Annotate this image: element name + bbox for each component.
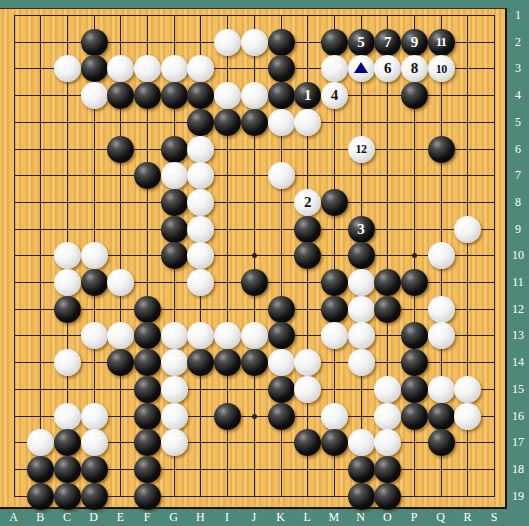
stone-white (348, 269, 375, 296)
column-label: O (376, 510, 398, 525)
stone-white (81, 322, 108, 349)
row-label: 19 (507, 488, 529, 504)
column-label: H (189, 510, 211, 525)
stone-white (294, 376, 321, 403)
stone-white (454, 403, 481, 430)
row-label: 11 (507, 274, 529, 290)
move-number-label: 1 (304, 88, 312, 103)
go-board[interactable]: 579116810141223 (0, 8, 507, 509)
column-label: E (109, 510, 131, 525)
stone-white (81, 242, 108, 269)
move-number-label: 4 (331, 88, 339, 103)
stone-black (81, 55, 108, 82)
stone-white (241, 29, 268, 56)
star-point (252, 414, 257, 419)
stone-black (268, 29, 295, 56)
column-label: P (403, 510, 425, 525)
row-label: 13 (507, 327, 529, 343)
row-label: 3 (507, 60, 529, 76)
row-label: 10 (507, 247, 529, 263)
stone-white: 10 (428, 55, 455, 82)
stone-black (134, 162, 161, 189)
stone-white (161, 162, 188, 189)
stone-white (161, 349, 188, 376)
column-label: S (483, 510, 505, 525)
stone-white (348, 429, 375, 456)
stone-white (321, 55, 348, 82)
stone-white (161, 429, 188, 456)
stone-white (161, 403, 188, 430)
stone-black (27, 456, 54, 483)
stone-black (294, 429, 321, 456)
stone-black (107, 136, 134, 163)
stone-white (134, 55, 161, 82)
stone-black (54, 429, 81, 456)
move-number-label: 2 (304, 195, 312, 210)
stone-black (374, 483, 401, 510)
stone-black (54, 483, 81, 510)
column-label: K (270, 510, 292, 525)
stone-black (321, 296, 348, 323)
stone-black (54, 296, 81, 323)
column-label: I (216, 510, 238, 525)
row-label: 17 (507, 434, 529, 450)
stone-black (134, 296, 161, 323)
stone-white (348, 322, 375, 349)
stone-white: 6 (374, 55, 401, 82)
stone-black (428, 429, 455, 456)
stone-white: 4 (321, 82, 348, 109)
stone-white (428, 296, 455, 323)
triangle-marker-icon (354, 62, 368, 73)
stone-black (161, 189, 188, 216)
stone-black (348, 456, 375, 483)
stone-white (454, 216, 481, 243)
stone-black (187, 82, 214, 109)
row-label: 14 (507, 354, 529, 370)
stone-white (81, 82, 108, 109)
stone-white (187, 216, 214, 243)
stone-black (348, 242, 375, 269)
stone-black (348, 483, 375, 510)
row-label: 1 (507, 7, 529, 23)
stone-white (187, 136, 214, 163)
stone-black (268, 296, 295, 323)
stone-black (321, 429, 348, 456)
stone-black (241, 349, 268, 376)
stone-white (187, 322, 214, 349)
stone-white (348, 55, 375, 82)
column-label: G (163, 510, 185, 525)
stone-black (107, 349, 134, 376)
stone-black (401, 82, 428, 109)
stone-black (54, 456, 81, 483)
stone-white (294, 349, 321, 376)
stone-white (428, 376, 455, 403)
stone-white (161, 322, 188, 349)
stone-white (187, 162, 214, 189)
stone-black (374, 269, 401, 296)
stone-black: 5 (348, 29, 375, 56)
row-label: 6 (507, 141, 529, 157)
stone-white (187, 55, 214, 82)
stone-white: 2 (294, 189, 321, 216)
stone-black: 9 (401, 29, 428, 56)
stone-black (214, 349, 241, 376)
row-label: 16 (507, 408, 529, 424)
stone-black (294, 216, 321, 243)
stone-white (321, 322, 348, 349)
stone-white (187, 189, 214, 216)
stone-black (294, 242, 321, 269)
stone-white (54, 242, 81, 269)
move-number-label: 9 (411, 35, 419, 50)
move-number-label: 10 (436, 63, 447, 75)
row-label: 18 (507, 461, 529, 477)
stone-black (268, 376, 295, 403)
star-point (252, 253, 257, 258)
stone-white (54, 403, 81, 430)
stone-black (401, 349, 428, 376)
stone-white (241, 82, 268, 109)
stone-white (161, 55, 188, 82)
stone-black: 1 (294, 82, 321, 109)
column-label: A (3, 510, 25, 525)
stone-black (401, 322, 428, 349)
stone-black (428, 136, 455, 163)
stone-black (268, 322, 295, 349)
row-label: 15 (507, 381, 529, 397)
stone-black (241, 109, 268, 136)
stone-black: 7 (374, 29, 401, 56)
stone-black: 11 (428, 29, 455, 56)
stone-white: 8 (401, 55, 428, 82)
stone-white (54, 269, 81, 296)
stone-black (134, 349, 161, 376)
stone-black (214, 109, 241, 136)
stone-black (161, 216, 188, 243)
stone-black (27, 483, 54, 510)
move-number-label: 7 (384, 35, 392, 50)
stone-black (161, 82, 188, 109)
stone-white (268, 349, 295, 376)
stone-black (187, 349, 214, 376)
stone-black (134, 456, 161, 483)
stone-white (107, 322, 134, 349)
stone-black (107, 82, 134, 109)
grid-line-vertical (494, 15, 495, 497)
stone-black (268, 55, 295, 82)
stone-black (374, 456, 401, 483)
stone-white (214, 29, 241, 56)
row-label: 2 (507, 34, 529, 50)
stone-white (294, 109, 321, 136)
move-number-label: 3 (357, 222, 365, 237)
stone-white (428, 242, 455, 269)
stone-black (268, 403, 295, 430)
stone-white (214, 82, 241, 109)
column-label: M (323, 510, 345, 525)
stone-white (348, 296, 375, 323)
column-label: B (29, 510, 51, 525)
stone-white (81, 403, 108, 430)
stone-black (321, 189, 348, 216)
stone-black (81, 456, 108, 483)
stone-white (214, 322, 241, 349)
row-label: 9 (507, 221, 529, 237)
stone-black (214, 403, 241, 430)
stone-white (268, 162, 295, 189)
stone-black (134, 82, 161, 109)
column-label: F (136, 510, 158, 525)
stone-black (241, 269, 268, 296)
stone-black (321, 29, 348, 56)
stone-black: 3 (348, 216, 375, 243)
stone-black (134, 403, 161, 430)
row-label: 12 (507, 301, 529, 317)
stone-black (134, 322, 161, 349)
column-label: J (243, 510, 265, 525)
grid-line-horizontal (14, 309, 496, 310)
stone-white (374, 376, 401, 403)
stone-black (321, 269, 348, 296)
stone-white (161, 376, 188, 403)
move-number-label: 6 (384, 61, 392, 76)
stone-white (428, 322, 455, 349)
stone-white (27, 429, 54, 456)
star-point (412, 253, 417, 258)
stone-black (134, 429, 161, 456)
stone-white (54, 55, 81, 82)
stone-black (81, 269, 108, 296)
column-label: C (56, 510, 78, 525)
move-number-label: 8 (411, 61, 419, 76)
stone-white (348, 349, 375, 376)
column-label: Q (430, 510, 452, 525)
stone-black (374, 296, 401, 323)
stone-white (54, 349, 81, 376)
stone-black (401, 403, 428, 430)
row-label: 4 (507, 87, 529, 103)
stone-black (401, 269, 428, 296)
stone-white (187, 269, 214, 296)
stone-white (268, 109, 295, 136)
column-label: R (456, 510, 478, 525)
stone-black (161, 242, 188, 269)
stone-black (187, 109, 214, 136)
stone-black (81, 29, 108, 56)
row-label: 8 (507, 194, 529, 210)
stone-white: 12 (348, 136, 375, 163)
row-label: 5 (507, 114, 529, 130)
move-number-label: 5 (357, 35, 365, 50)
stone-black (401, 376, 428, 403)
go-diagram-window: 579116810141223 ABCDEFGHIJKLMNOPQRS 1234… (0, 0, 529, 526)
stone-white (81, 429, 108, 456)
stone-white (321, 403, 348, 430)
column-label: L (296, 510, 318, 525)
move-number-label: 12 (356, 143, 367, 155)
stone-black (134, 483, 161, 510)
stone-white (107, 55, 134, 82)
stone-white (241, 322, 268, 349)
stone-white (107, 269, 134, 296)
column-label: D (83, 510, 105, 525)
stone-white (374, 403, 401, 430)
row-label: 7 (507, 167, 529, 183)
stone-black (428, 403, 455, 430)
move-number-label: 11 (436, 36, 446, 48)
stone-black (161, 136, 188, 163)
stone-black (134, 376, 161, 403)
stone-black (81, 483, 108, 510)
stone-white (187, 242, 214, 269)
stone-black (268, 82, 295, 109)
stone-white (374, 429, 401, 456)
column-label: N (350, 510, 372, 525)
stone-white (454, 376, 481, 403)
